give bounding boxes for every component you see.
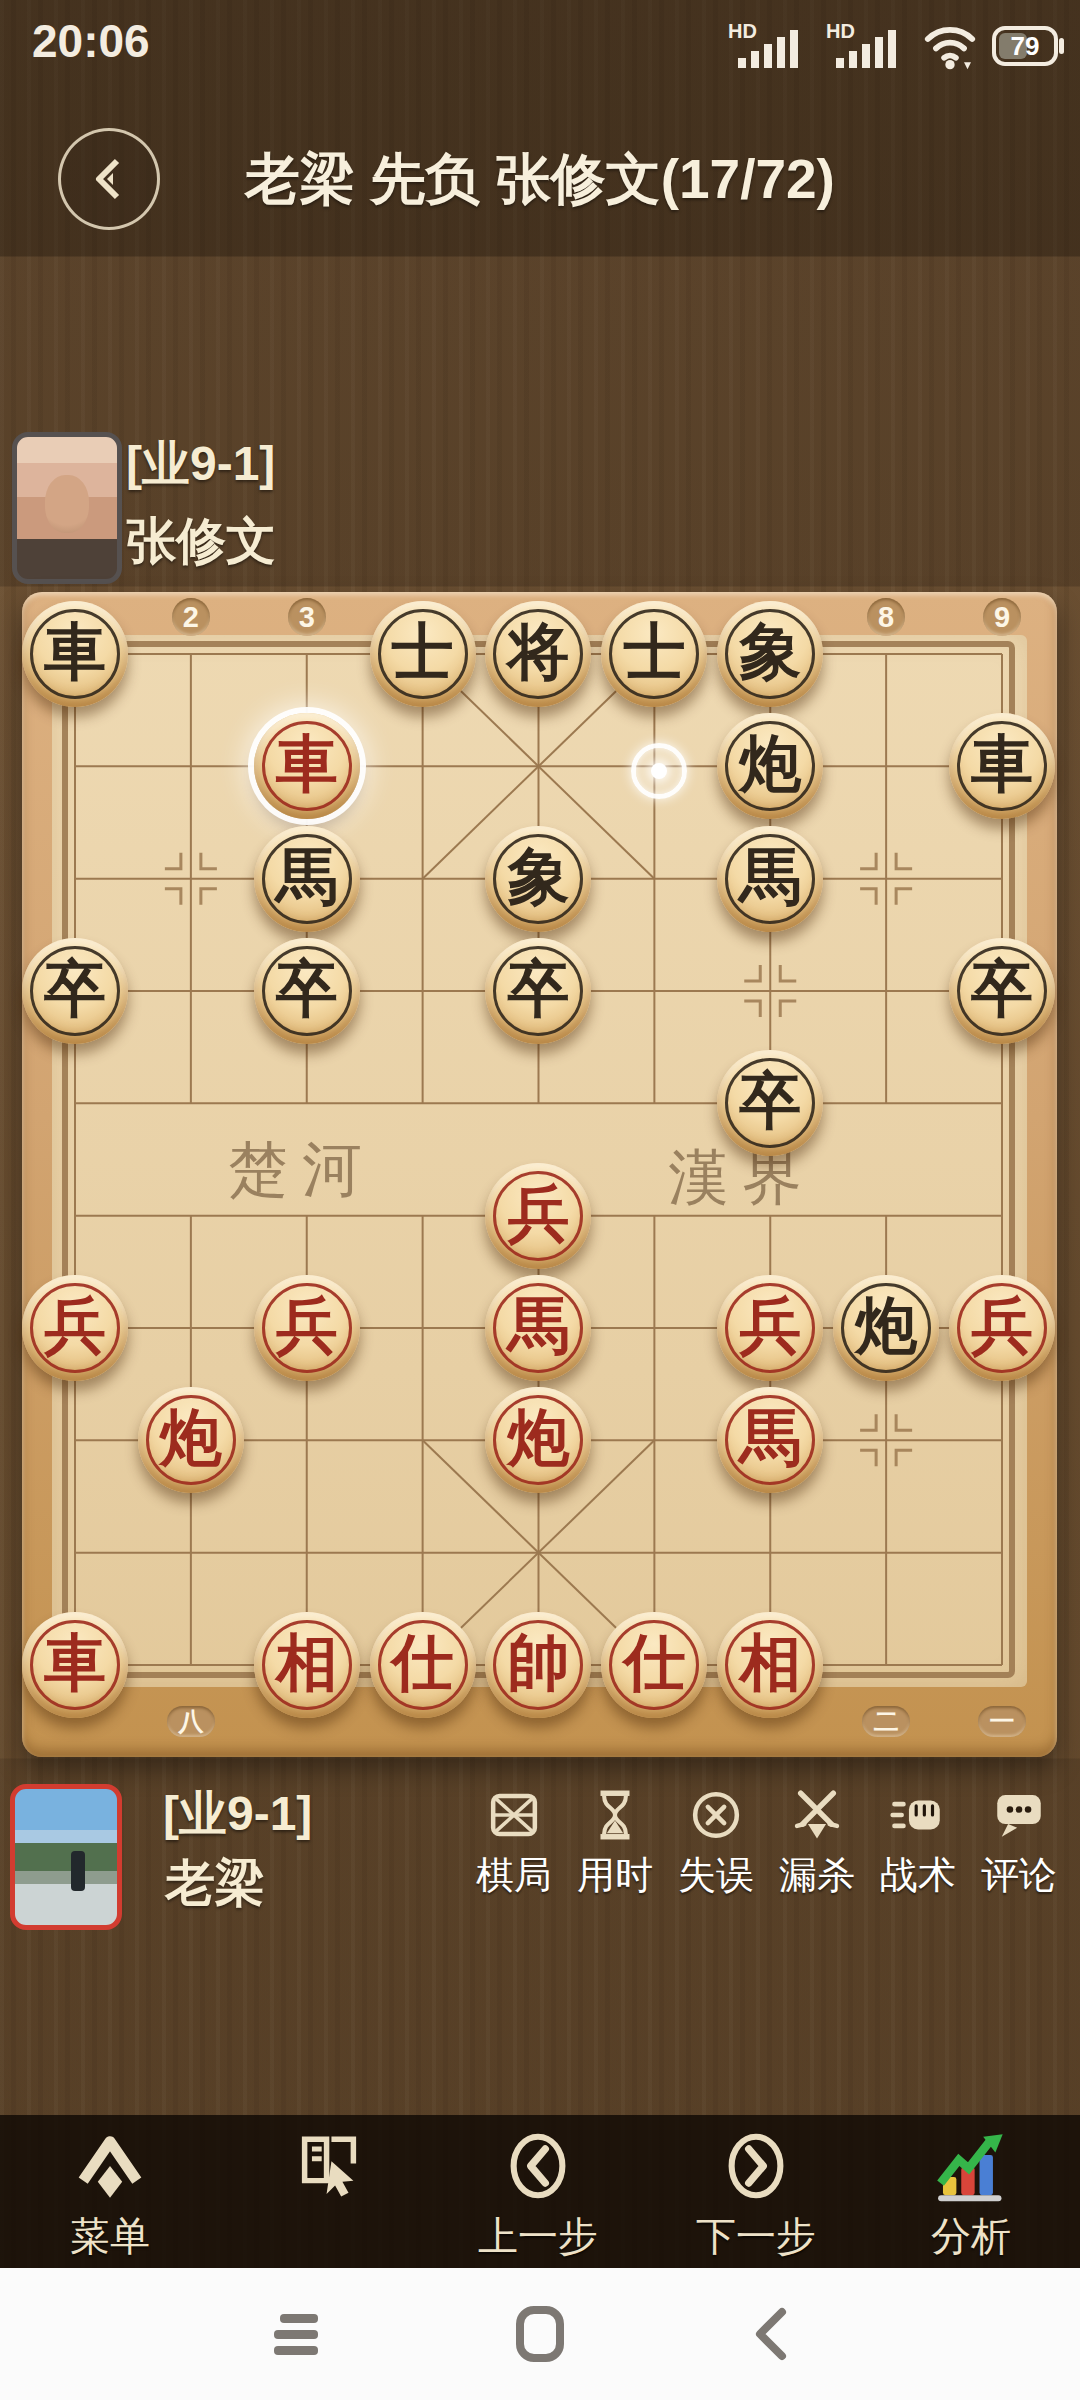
battery-icon: 79: [992, 21, 1066, 71]
piece-glyph: 馬: [739, 846, 801, 908]
piece-red-馬[interactable]: 馬: [485, 1275, 591, 1381]
stats-item-label: 棋局: [476, 1850, 552, 1901]
piece-black-炮[interactable]: 炮: [833, 1275, 939, 1381]
bottom-nav-bar: 菜单上一步下一步分析: [0, 2115, 1080, 2268]
piece-glyph: 炮: [739, 733, 801, 795]
piece-black-士[interactable]: 士: [601, 601, 707, 707]
piece-glyph: 相: [739, 1632, 801, 1694]
piece-black-卒[interactable]: 卒: [717, 1050, 823, 1156]
prev-step-icon: [499, 2127, 577, 2205]
wifi-icon: [922, 20, 978, 72]
piece-black-卒[interactable]: 卒: [485, 938, 591, 1044]
top-player-name: 张修文: [126, 508, 276, 575]
piece-glyph: 炮: [507, 1407, 569, 1469]
piece-glyph: 将: [507, 621, 569, 683]
clock: 20:06: [32, 14, 150, 68]
bottom-file-number-二: 二: [862, 1706, 910, 1737]
piece-glyph: 兵: [44, 1295, 106, 1357]
menu-chevron-icon: [71, 2127, 149, 2205]
piece-black-卒[interactable]: 卒: [22, 938, 128, 1044]
nav-item-label: 分析: [931, 2209, 1011, 2264]
stats-row: 棋局用时失误漏杀战术评论: [466, 1786, 1067, 1901]
bottom-player-rank-tag: [业9-1]: [163, 1782, 312, 1846]
piece-red-兵[interactable]: 兵: [485, 1163, 591, 1269]
bottom-player-name: 老梁: [165, 1850, 265, 1917]
piece-glyph: 車: [44, 1632, 106, 1694]
next-step-icon: [717, 2127, 795, 2205]
top-file-number-2: 2: [172, 598, 210, 636]
piece-black-将[interactable]: 将: [485, 601, 591, 707]
piece-red-兵[interactable]: 兵: [22, 1275, 128, 1381]
top-player-avatar[interactable]: [12, 432, 122, 584]
piece-glyph: 仕: [392, 1632, 454, 1694]
piece-black-卒[interactable]: 卒: [949, 938, 1055, 1044]
piece-glyph: 兵: [739, 1295, 801, 1357]
piece-red-炮[interactable]: 炮: [485, 1387, 591, 1493]
stats-item-棋局[interactable]: 棋局: [466, 1786, 562, 1901]
piece-glyph: 車: [276, 733, 338, 795]
nav-item-kifu-book[interactable]: [290, 2127, 368, 2205]
nav-item-上一步[interactable]: 上一步: [478, 2127, 598, 2264]
xiangqi-board[interactable]: 車士将士象車炮車馬象馬卒卒卒卒卒兵兵兵馬兵炮兵炮炮馬車相仕帥仕相: [17, 598, 1060, 1721]
piece-red-車[interactable]: 車: [22, 1612, 128, 1718]
recents-icon[interactable]: [266, 2306, 324, 2362]
piece-red-相[interactable]: 相: [717, 1612, 823, 1718]
signal-icon: HD: [824, 20, 908, 72]
piece-red-兵[interactable]: 兵: [254, 1275, 360, 1381]
piece-glyph: 馬: [507, 1295, 569, 1357]
svg-text:HD: HD: [728, 20, 757, 42]
piece-glyph: 相: [276, 1632, 338, 1694]
svg-text:HD: HD: [826, 20, 855, 42]
piece-glyph: 馬: [739, 1407, 801, 1469]
piece-red-帥[interactable]: 帥: [485, 1612, 591, 1718]
piece-red-仕[interactable]: 仕: [601, 1612, 707, 1718]
piece-glyph: 卒: [507, 958, 569, 1020]
android-nav-bar: [0, 2268, 1080, 2400]
book-cursor-icon: [290, 2127, 368, 2205]
comments-icon: [990, 1786, 1048, 1844]
analysis-chart-icon: [932, 2127, 1010, 2205]
android-back-icon[interactable]: [746, 2306, 794, 2362]
status-icons: HD HD 79: [726, 20, 1066, 72]
piece-black-車[interactable]: 車: [949, 713, 1055, 819]
nav-item-label: 上一步: [478, 2209, 598, 2264]
stats-item-漏杀[interactable]: 漏杀: [769, 1786, 865, 1901]
nav-item-label: 下一步: [696, 2209, 816, 2264]
bottom-file-number-八: 八: [167, 1706, 215, 1737]
piece-glyph: 卒: [971, 958, 1033, 1020]
piece-black-象[interactable]: 象: [717, 601, 823, 707]
piece-glyph: 兵: [971, 1295, 1033, 1357]
piece-red-車-selected[interactable]: 車: [254, 713, 360, 819]
top-file-number-9: 9: [983, 598, 1021, 636]
piece-black-象[interactable]: 象: [485, 826, 591, 932]
board-grid-icon: [485, 1786, 543, 1844]
stats-item-label: 失误: [678, 1850, 754, 1901]
tactics-fist-icon: [889, 1786, 947, 1844]
stats-item-label: 用时: [577, 1850, 653, 1901]
piece-red-兵[interactable]: 兵: [949, 1275, 1055, 1381]
piece-black-馬[interactable]: 馬: [254, 826, 360, 932]
status-bar: 20:06 HD HD: [0, 0, 1080, 80]
piece-red-炮[interactable]: 炮: [138, 1387, 244, 1493]
signal-icon: HD: [726, 20, 810, 72]
nav-item-分析[interactable]: 分析: [931, 2127, 1011, 2264]
piece-black-馬[interactable]: 馬: [717, 826, 823, 932]
piece-red-仕[interactable]: 仕: [370, 1612, 476, 1718]
piece-glyph: 車: [44, 621, 106, 683]
piece-glyph: 象: [507, 846, 569, 908]
piece-glyph: 兵: [507, 1183, 569, 1245]
svg-text:79: 79: [1011, 31, 1040, 61]
piece-black-炮[interactable]: 炮: [717, 713, 823, 819]
piece-glyph: 卒: [739, 1070, 801, 1132]
piece-red-兵[interactable]: 兵: [717, 1275, 823, 1381]
mistake-circle-icon: [687, 1786, 745, 1844]
piece-glyph: 炮: [160, 1407, 222, 1469]
stats-item-用时[interactable]: 用时: [567, 1786, 663, 1901]
piece-glyph: 士: [392, 621, 454, 683]
bottom-file-number-一: 一: [978, 1706, 1026, 1737]
piece-black-士[interactable]: 士: [370, 601, 476, 707]
hourglass-icon: [586, 1786, 644, 1844]
nav-item-菜单[interactable]: 菜单: [70, 2127, 150, 2264]
piece-glyph: 炮: [855, 1295, 917, 1357]
stats-item-label: 评论: [981, 1850, 1057, 1901]
nav-item-label: 菜单: [70, 2209, 150, 2264]
page-title: 老梁 先负 张修文(17/72): [0, 143, 1080, 217]
stats-item-失误[interactable]: 失误: [668, 1786, 764, 1901]
piece-red-相[interactable]: 相: [254, 1612, 360, 1718]
piece-glyph: 兵: [276, 1295, 338, 1357]
top-player-rank-tag: [业9-1]: [126, 432, 275, 496]
stats-item-评论[interactable]: 评论: [971, 1786, 1067, 1901]
app-screen: 20:06 HD HD: [0, 0, 1080, 2400]
piece-glyph: 馬: [276, 846, 338, 908]
home-icon[interactable]: [514, 2306, 566, 2362]
piece-glyph: 帥: [507, 1632, 569, 1694]
piece-glyph: 仕: [623, 1632, 685, 1694]
top-file-number-3: 3: [288, 598, 326, 636]
stats-item-战术[interactable]: 战术: [870, 1786, 966, 1901]
piece-glyph: 卒: [276, 958, 338, 1020]
stats-item-label: 战术: [880, 1850, 956, 1901]
nav-item-下一步[interactable]: 下一步: [696, 2127, 816, 2264]
piece-glyph: 象: [739, 621, 801, 683]
piece-glyph: 卒: [44, 958, 106, 1020]
piece-glyph: 士: [623, 621, 685, 683]
top-file-number-8: 8: [867, 598, 905, 636]
bottom-player-avatar[interactable]: [10, 1784, 122, 1930]
piece-black-車[interactable]: 車: [22, 601, 128, 707]
piece-red-馬[interactable]: 馬: [717, 1387, 823, 1493]
stats-item-label: 漏杀: [779, 1850, 855, 1901]
missed-win-swords-icon: [788, 1786, 846, 1844]
piece-glyph: 車: [971, 733, 1033, 795]
piece-black-卒[interactable]: 卒: [254, 938, 360, 1044]
